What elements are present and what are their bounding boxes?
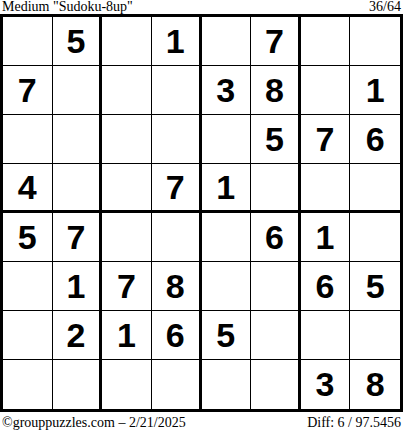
cell-r1c4: 1: [152, 17, 202, 66]
cell-r4c5: 1: [202, 164, 252, 213]
cell-r5c8[interactable]: [350, 213, 400, 262]
cell-r3c6: 5: [251, 115, 301, 164]
cell-r8c8: 8: [350, 360, 400, 409]
cell-r7c2: 2: [53, 311, 103, 360]
cell-r2c8: 1: [350, 66, 400, 115]
cell-r2c6: 8: [251, 66, 301, 115]
cell-r3c4[interactable]: [152, 115, 202, 164]
difficulty-text: Diff: 6 / 97.5456: [307, 416, 401, 430]
blank-cell-counter: 36/64: [369, 0, 401, 14]
cell-r5c7: 1: [301, 213, 351, 262]
cell-r8c1[interactable]: [3, 360, 53, 409]
copyright-text: ©grouppuzzles.com – 2/21/2025: [2, 416, 186, 430]
cell-r8c2[interactable]: [53, 360, 103, 409]
cell-r6c5[interactable]: [202, 262, 252, 311]
cell-r5c3[interactable]: [102, 213, 152, 262]
cell-r7c6[interactable]: [251, 311, 301, 360]
cell-r6c2: 1: [53, 262, 103, 311]
page-header: Medium "Sudoku-8up" 36/64: [0, 0, 403, 14]
cell-r6c4: 8: [152, 262, 202, 311]
cell-r1c2: 5: [53, 17, 103, 66]
cell-r2c1: 7: [3, 66, 53, 115]
cell-r1c6: 7: [251, 17, 301, 66]
cell-r6c1[interactable]: [3, 262, 53, 311]
cell-r5c2: 7: [53, 213, 103, 262]
cell-r4c6[interactable]: [251, 164, 301, 213]
cell-r4c8[interactable]: [350, 164, 400, 213]
cell-r3c5[interactable]: [202, 115, 252, 164]
cell-r1c1[interactable]: [3, 17, 53, 66]
cell-r2c4[interactable]: [152, 66, 202, 115]
puzzle-title: Medium "Sudoku-8up": [2, 0, 133, 14]
cell-r7c4: 6: [152, 311, 202, 360]
cell-r5c5[interactable]: [202, 213, 252, 262]
cell-r4c3[interactable]: [102, 164, 152, 213]
cell-r3c1[interactable]: [3, 115, 53, 164]
cell-r6c6[interactable]: [251, 262, 301, 311]
cell-r4c1: 4: [3, 164, 53, 213]
cell-r8c5[interactable]: [202, 360, 252, 409]
cell-r2c3[interactable]: [102, 66, 152, 115]
cell-r2c7[interactable]: [301, 66, 351, 115]
cell-r2c5: 3: [202, 66, 252, 115]
cell-r4c7[interactable]: [301, 164, 351, 213]
cell-r5c4[interactable]: [152, 213, 202, 262]
cell-r7c3: 1: [102, 311, 152, 360]
cell-r3c8: 6: [350, 115, 400, 164]
cell-r5c1: 5: [3, 213, 53, 262]
cell-r7c8[interactable]: [350, 311, 400, 360]
cell-r7c5: 5: [202, 311, 252, 360]
cell-r3c7: 7: [301, 115, 351, 164]
cell-r6c7: 6: [301, 262, 351, 311]
cell-r8c3[interactable]: [102, 360, 152, 409]
cell-r3c2[interactable]: [53, 115, 103, 164]
cell-r4c2[interactable]: [53, 164, 103, 213]
cell-r8c6[interactable]: [251, 360, 301, 409]
page-footer: ©grouppuzzles.com – 2/21/2025 Diff: 6 / …: [0, 412, 403, 437]
sudoku-page: Medium "Sudoku-8up" 36/64 51773815764715…: [0, 0, 403, 437]
cell-r8c4[interactable]: [152, 360, 202, 409]
cell-r6c3: 7: [102, 262, 152, 311]
cell-r1c5[interactable]: [202, 17, 252, 66]
cell-r1c8[interactable]: [350, 17, 400, 66]
cell-r7c7[interactable]: [301, 311, 351, 360]
cell-r6c8: 5: [350, 262, 400, 311]
cell-r3c3[interactable]: [102, 115, 152, 164]
cell-r4c4: 7: [152, 164, 202, 213]
cell-r5c6: 6: [251, 213, 301, 262]
cell-r1c3[interactable]: [102, 17, 152, 66]
cell-r8c7: 3: [301, 360, 351, 409]
cell-r7c1[interactable]: [3, 311, 53, 360]
cell-r1c7[interactable]: [301, 17, 351, 66]
cell-r2c2[interactable]: [53, 66, 103, 115]
sudoku-board: 5177381576471576117865216538: [0, 14, 403, 412]
